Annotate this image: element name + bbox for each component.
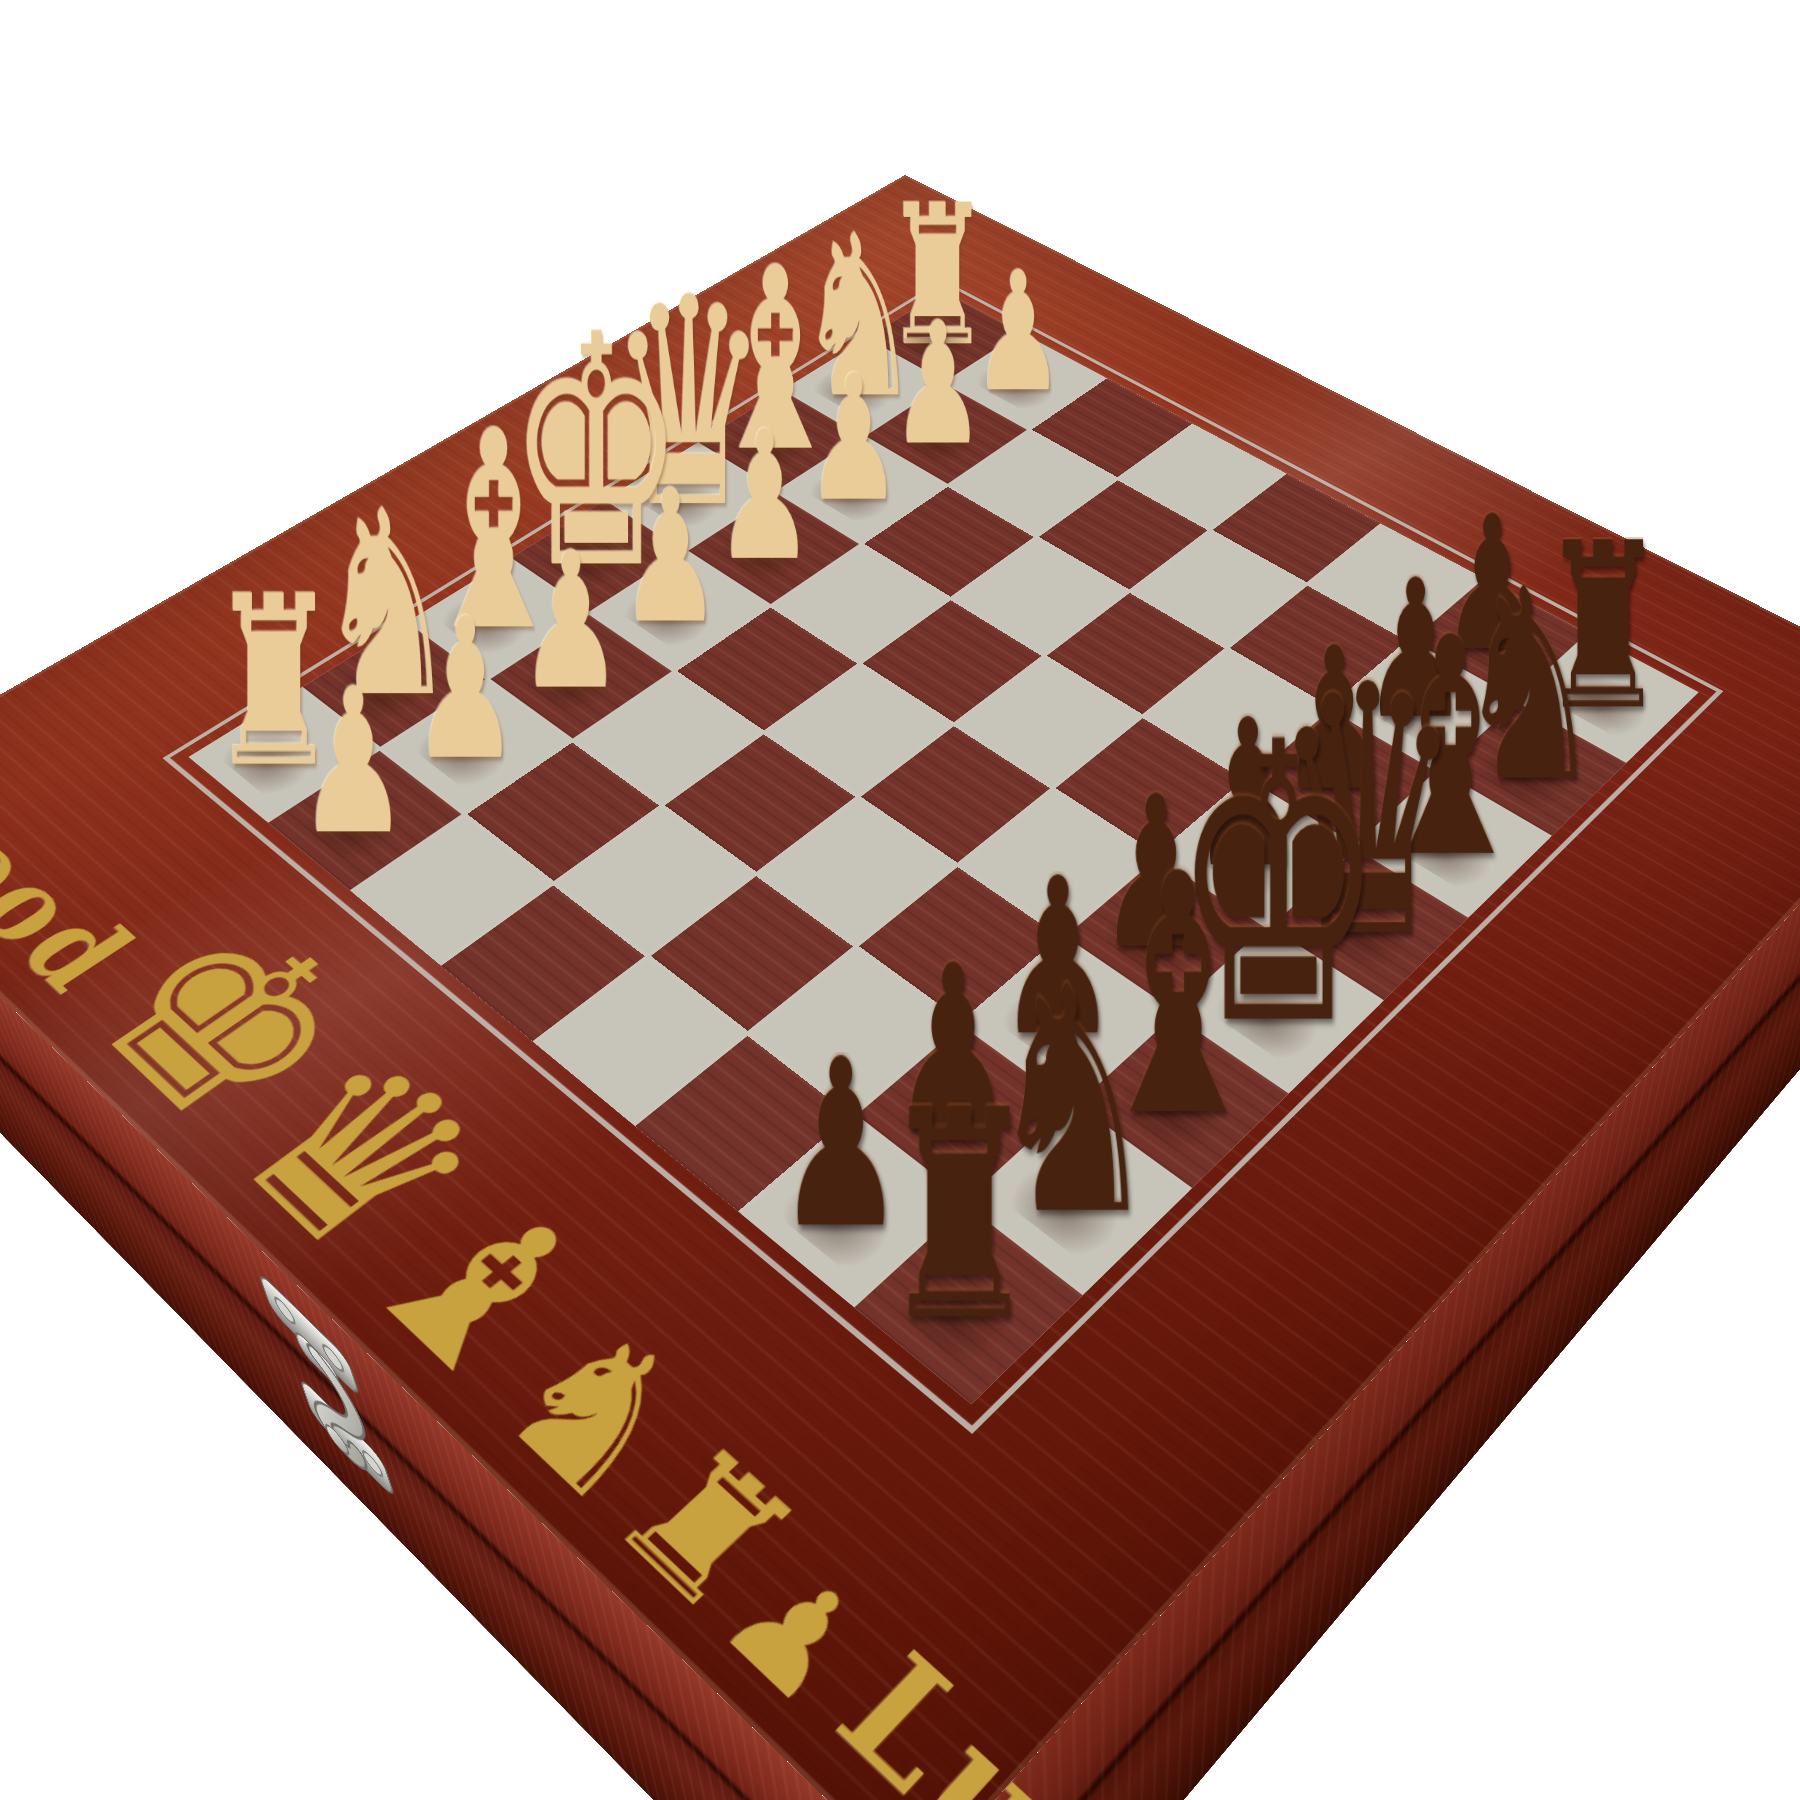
piece-white-pawn[interactable]: ♟: [298, 682, 409, 842]
piece-black-rook[interactable]: ♜: [880, 1102, 1040, 1332]
box-lid-top: ♜♟♟♜♞♟♟♞♝♟♟♝♛♟♟♛♚♟♟♚♝♟♟♝♞♟♟♞♜♟♟♜ Good ♚♛…: [0, 175, 1800, 1800]
piece-white-pawn[interactable]: ♟: [412, 612, 520, 768]
engraving-word-good: Good: [0, 772, 149, 1007]
piece-white-pawn[interactable]: ♟: [891, 316, 985, 451]
scene-3d: ♜♟♟♜♞♟♟♞♝♟♟♝♛♟♟♛♚♟♟♚♝♟♟♝♞♟♟♞♜♟♟♜ Good ♚♛…: [0, 0, 1800, 1800]
piece-white-pawn[interactable]: ♟: [973, 266, 1065, 398]
scene: ♜♟♟♜♞♟♟♞♝♟♟♝♛♟♟♛♚♟♟♚♝♟♟♝♞♟♟♞♜♟♟♜ Good ♚♛…: [0, 0, 1800, 1800]
piece-white-pawn[interactable]: ♟: [806, 369, 903, 508]
piece-white-pawn[interactable]: ♟: [519, 546, 624, 697]
piece-white-pawn[interactable]: ♟: [620, 484, 722, 631]
piece-white-pawn[interactable]: ♟: [715, 425, 814, 568]
